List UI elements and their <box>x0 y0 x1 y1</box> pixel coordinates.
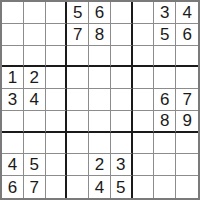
given-digit: 6 <box>8 179 17 196</box>
given-digit: 4 <box>95 179 104 196</box>
cell-r6c6[interactable] <box>111 111 133 133</box>
given-digit: 7 <box>182 91 191 108</box>
given-digit: 7 <box>29 179 38 196</box>
cell-r1c9[interactable]: 4 <box>176 2 198 24</box>
cell-r8c8[interactable] <box>154 154 176 176</box>
cell-r6c3[interactable] <box>46 111 68 133</box>
cell-r7c5[interactable] <box>89 133 111 155</box>
cell-r3c4[interactable] <box>67 46 89 68</box>
cell-r5c3[interactable] <box>46 89 68 111</box>
cell-r9c9[interactable] <box>176 176 198 198</box>
cell-r7c7[interactable] <box>133 133 155 155</box>
cell-r1c2[interactable] <box>24 2 46 24</box>
cell-r1c7[interactable] <box>133 2 155 24</box>
cell-r4c8[interactable] <box>154 67 176 89</box>
cell-r7c2[interactable] <box>24 133 46 155</box>
cell-r2c2[interactable] <box>24 24 46 46</box>
cell-r4c2[interactable]: 2 <box>24 67 46 89</box>
cell-r2c7[interactable] <box>133 24 155 46</box>
cell-r7c9[interactable] <box>176 133 198 155</box>
cell-r8c1[interactable]: 4 <box>2 154 24 176</box>
cell-r9c2[interactable]: 7 <box>24 176 46 198</box>
cell-r3c1[interactable] <box>2 46 24 68</box>
cell-r1c5[interactable]: 6 <box>89 2 111 24</box>
cell-r8c5[interactable]: 2 <box>89 154 111 176</box>
cell-r2c6[interactable] <box>111 24 133 46</box>
cell-r5c9[interactable]: 7 <box>176 89 198 111</box>
cell-r5c4[interactable] <box>67 89 89 111</box>
cell-r6c9[interactable]: 9 <box>176 111 198 133</box>
given-digit: 2 <box>29 69 38 86</box>
given-digit: 2 <box>95 156 104 173</box>
cell-r2c3[interactable] <box>46 24 68 46</box>
given-digit: 5 <box>29 156 38 173</box>
given-digit: 1 <box>8 69 17 86</box>
cell-r5c2[interactable]: 4 <box>24 89 46 111</box>
given-digit: 4 <box>8 156 17 173</box>
cell-r8c4[interactable] <box>67 154 89 176</box>
given-digit: 5 <box>73 4 82 21</box>
cell-r3c7[interactable] <box>133 46 155 68</box>
cell-r9c8[interactable] <box>154 176 176 198</box>
cell-r5c5[interactable] <box>89 89 111 111</box>
cell-r1c3[interactable] <box>46 2 68 24</box>
cell-r6c7[interactable] <box>133 111 155 133</box>
cell-r3c8[interactable] <box>154 46 176 68</box>
given-digit: 3 <box>160 4 169 21</box>
cell-r2c5[interactable]: 8 <box>89 24 111 46</box>
given-digit: 8 <box>95 26 104 43</box>
cell-r3c3[interactable] <box>46 46 68 68</box>
cell-r8c7[interactable] <box>133 154 155 176</box>
cell-r9c5[interactable]: 4 <box>89 176 111 198</box>
given-digit: 9 <box>182 112 191 129</box>
cell-r5c7[interactable] <box>133 89 155 111</box>
cell-r7c1[interactable] <box>2 133 24 155</box>
cell-r5c6[interactable] <box>111 89 133 111</box>
cell-r3c5[interactable] <box>89 46 111 68</box>
cell-r7c4[interactable] <box>67 133 89 155</box>
cell-r4c1[interactable]: 1 <box>2 67 24 89</box>
given-digit: 3 <box>116 156 125 173</box>
cell-r4c6[interactable] <box>111 67 133 89</box>
cell-r8c9[interactable] <box>176 154 198 176</box>
cell-r3c9[interactable] <box>176 46 198 68</box>
cell-r8c2[interactable]: 5 <box>24 154 46 176</box>
cell-r1c6[interactable] <box>111 2 133 24</box>
cell-r3c6[interactable] <box>111 46 133 68</box>
cell-r7c6[interactable] <box>111 133 133 155</box>
cell-r9c7[interactable] <box>133 176 155 198</box>
cell-r6c5[interactable] <box>89 111 111 133</box>
cell-r2c8[interactable]: 5 <box>154 24 176 46</box>
cell-r4c9[interactable] <box>176 67 198 89</box>
cell-r3c2[interactable] <box>24 46 46 68</box>
given-digit: 7 <box>73 26 82 43</box>
cell-r9c6[interactable]: 5 <box>111 176 133 198</box>
given-digit: 4 <box>182 4 191 21</box>
cell-r8c6[interactable]: 3 <box>111 154 133 176</box>
given-digit: 5 <box>116 179 125 196</box>
cell-r1c8[interactable]: 3 <box>154 2 176 24</box>
cell-r1c4[interactable]: 5 <box>67 2 89 24</box>
cell-r6c4[interactable] <box>67 111 89 133</box>
cell-r5c1[interactable]: 3 <box>2 89 24 111</box>
cell-r6c1[interactable] <box>2 111 24 133</box>
cell-r4c3[interactable] <box>46 67 68 89</box>
cell-r1c1[interactable] <box>2 2 24 24</box>
given-digit: 6 <box>160 91 169 108</box>
given-digit: 6 <box>95 4 104 21</box>
cell-r7c3[interactable] <box>46 133 68 155</box>
cell-r4c7[interactable] <box>133 67 155 89</box>
cell-r9c1[interactable]: 6 <box>2 176 24 198</box>
cell-r8c3[interactable] <box>46 154 68 176</box>
cell-r6c2[interactable] <box>24 111 46 133</box>
cell-r2c9[interactable]: 6 <box>176 24 198 46</box>
cell-r6c8[interactable]: 8 <box>154 111 176 133</box>
cell-r4c5[interactable] <box>89 67 111 89</box>
cell-r2c4[interactable]: 7 <box>67 24 89 46</box>
given-digit: 6 <box>182 26 191 43</box>
cell-r5c8[interactable]: 6 <box>154 89 176 111</box>
given-digit: 3 <box>8 91 17 108</box>
given-digit: 8 <box>160 112 169 129</box>
cell-r9c3[interactable] <box>46 176 68 198</box>
cell-r4c4[interactable] <box>67 67 89 89</box>
cell-r2c1[interactable] <box>2 24 24 46</box>
given-digit: 4 <box>29 91 38 108</box>
cell-r7c8[interactable] <box>154 133 176 155</box>
given-digit: 5 <box>160 26 169 43</box>
cell-r9c4[interactable] <box>67 176 89 198</box>
sudoku-board: 563478561234678945236745 <box>0 0 200 200</box>
